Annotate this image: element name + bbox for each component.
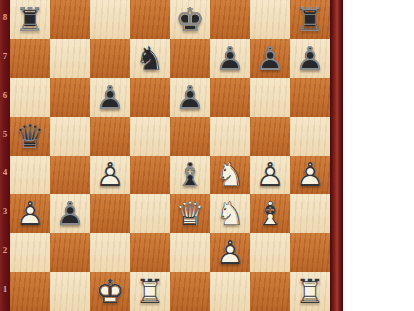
square-h6[interactable] (290, 78, 330, 117)
black-pawn[interactable]: ♟♙ (170, 78, 210, 117)
rank-cell-5: 5 (0, 117, 10, 156)
square-e2[interactable] (170, 233, 210, 272)
square-c6[interactable]: ♟♙ (90, 78, 130, 117)
black-rook[interactable]: ♜♖ (290, 0, 330, 39)
rank-label-4: 4 (3, 168, 8, 177)
rank-label-7: 7 (3, 52, 8, 61)
square-f3[interactable]: ♞♘ (210, 194, 250, 233)
square-e3[interactable]: ♛♕ (170, 194, 210, 233)
pawn-outline-icon: ♙ (250, 39, 290, 78)
white-pawn[interactable]: ♟♙ (290, 156, 330, 195)
square-a2[interactable] (10, 233, 50, 272)
square-b8[interactable] (50, 0, 90, 39)
page-background (343, 0, 414, 311)
square-d6[interactable] (130, 78, 170, 117)
pawn-outline-icon: ♙ (50, 194, 90, 233)
square-g7[interactable]: ♟♙ (250, 39, 290, 78)
square-h8[interactable]: ♜♖ (290, 0, 330, 39)
white-rook[interactable]: ♜♖ (290, 272, 330, 311)
pawn-outline-icon: ♙ (250, 156, 290, 195)
square-h4[interactable]: ♟♙ (290, 156, 330, 195)
square-b2[interactable] (50, 233, 90, 272)
board: ♜♖♚♔♜♖♞♘♟♙♟♙♟♙♟♙♟♙♛♕♟♙♝♗♞♘♟♙♟♙♟♙♟♙♛♕♞♘♝♗… (10, 0, 330, 311)
square-g6[interactable] (250, 78, 290, 117)
black-queen[interactable]: ♛♕ (10, 117, 50, 156)
pawn-outline-icon: ♙ (90, 156, 130, 195)
rank-cell-4: 4 (0, 156, 10, 195)
square-a6[interactable] (10, 78, 50, 117)
square-h5[interactable] (290, 117, 330, 156)
black-bishop[interactable]: ♝♗ (170, 156, 210, 195)
square-a8[interactable]: ♜♖ (10, 0, 50, 39)
white-rook[interactable]: ♜♖ (130, 272, 170, 311)
square-e1[interactable] (170, 272, 210, 311)
square-g1[interactable] (250, 272, 290, 311)
black-king[interactable]: ♚♔ (170, 0, 210, 39)
white-pawn[interactable]: ♟♙ (90, 156, 130, 195)
square-e7[interactable] (170, 39, 210, 78)
square-f5[interactable] (210, 117, 250, 156)
square-e4[interactable]: ♝♗ (170, 156, 210, 195)
knight-outline-icon: ♘ (210, 194, 250, 233)
square-d8[interactable] (130, 0, 170, 39)
rank-cell-7: 7 (0, 39, 10, 78)
square-d1[interactable]: ♜♖ (130, 272, 170, 311)
square-d3[interactable] (130, 194, 170, 233)
square-h1[interactable]: ♜♖ (290, 272, 330, 311)
square-a3[interactable]: ♟♙ (10, 194, 50, 233)
square-e6[interactable]: ♟♙ (170, 78, 210, 117)
square-c2[interactable] (90, 233, 130, 272)
rank-cell-6: 6 (0, 78, 10, 117)
square-b7[interactable] (50, 39, 90, 78)
pawn-outline-icon: ♙ (290, 39, 330, 78)
white-knight[interactable]: ♞♘ (210, 156, 250, 195)
square-g8[interactable] (250, 0, 290, 39)
chess-board-frame: 87654321 ♜♖♚♔♜♖♞♘♟♙♟♙♟♙♟♙♟♙♛♕♟♙♝♗♞♘♟♙♟♙♟… (0, 0, 343, 311)
white-queen[interactable]: ♛♕ (170, 194, 210, 233)
rank-label-5: 5 (3, 130, 8, 139)
pawn-outline-icon: ♙ (210, 39, 250, 78)
board-right-border (330, 0, 343, 311)
square-c7[interactable] (90, 39, 130, 78)
rank-cell-8: 8 (0, 0, 10, 39)
rank-cell-3: 3 (0, 194, 10, 233)
square-e8[interactable]: ♚♔ (170, 0, 210, 39)
square-d2[interactable] (130, 233, 170, 272)
square-h7[interactable]: ♟♙ (290, 39, 330, 78)
square-g5[interactable] (250, 117, 290, 156)
square-b5[interactable] (50, 117, 90, 156)
square-h2[interactable] (290, 233, 330, 272)
rook-outline-icon: ♖ (290, 272, 330, 311)
rank-label-6: 6 (3, 91, 8, 100)
black-pawn[interactable]: ♟♙ (90, 78, 130, 117)
rank-cell-1: 1 (0, 272, 10, 311)
square-g2[interactable] (250, 233, 290, 272)
black-pawn[interactable]: ♟♙ (250, 39, 290, 78)
rank-label-8: 8 (3, 13, 8, 22)
queen-outline-icon: ♕ (170, 194, 210, 233)
square-f1[interactable] (210, 272, 250, 311)
black-pawn[interactable]: ♟♙ (50, 194, 90, 233)
square-a1[interactable] (10, 272, 50, 311)
square-h3[interactable] (290, 194, 330, 233)
square-f8[interactable] (210, 0, 250, 39)
rank-label-1: 1 (3, 285, 8, 294)
square-e5[interactable] (170, 117, 210, 156)
square-g4[interactable]: ♟♙ (250, 156, 290, 195)
square-b3[interactable]: ♟♙ (50, 194, 90, 233)
square-c4[interactable]: ♟♙ (90, 156, 130, 195)
bishop-outline-icon: ♗ (170, 156, 210, 195)
pawn-outline-icon: ♙ (10, 194, 50, 233)
square-f2[interactable]: ♟♙ (210, 233, 250, 272)
square-d4[interactable] (130, 156, 170, 195)
king-outline-icon: ♔ (90, 272, 130, 311)
white-bishop[interactable]: ♝♗ (250, 194, 290, 233)
square-b6[interactable] (50, 78, 90, 117)
square-f4[interactable]: ♞♘ (210, 156, 250, 195)
square-c5[interactable] (90, 117, 130, 156)
square-g3[interactable]: ♝♗ (250, 194, 290, 233)
rook-outline-icon: ♖ (130, 272, 170, 311)
square-a7[interactable] (10, 39, 50, 78)
pawn-outline-icon: ♙ (290, 156, 330, 195)
king-outline-icon: ♔ (170, 0, 210, 39)
queen-outline-icon: ♕ (10, 117, 50, 156)
square-b4[interactable] (50, 156, 90, 195)
square-c1[interactable]: ♚♔ (90, 272, 130, 311)
knight-outline-icon: ♘ (130, 39, 170, 78)
black-knight[interactable]: ♞♘ (130, 39, 170, 78)
rook-outline-icon: ♖ (10, 0, 50, 39)
white-pawn[interactable]: ♟♙ (210, 233, 250, 272)
square-d7[interactable]: ♞♘ (130, 39, 170, 78)
square-d5[interactable] (130, 117, 170, 156)
square-a4[interactable] (10, 156, 50, 195)
square-f6[interactable] (210, 78, 250, 117)
pawn-outline-icon: ♙ (210, 233, 250, 272)
white-pawn[interactable]: ♟♙ (10, 194, 50, 233)
black-pawn[interactable]: ♟♙ (210, 39, 250, 78)
pawn-outline-icon: ♙ (90, 78, 130, 117)
black-pawn[interactable]: ♟♙ (290, 39, 330, 78)
rank-label-strip: 87654321 (0, 0, 10, 311)
bishop-outline-icon: ♗ (250, 194, 290, 233)
black-rook[interactable]: ♜♖ (10, 0, 50, 39)
pawn-outline-icon: ♙ (170, 78, 210, 117)
square-c8[interactable] (90, 0, 130, 39)
white-pawn[interactable]: ♟♙ (250, 156, 290, 195)
square-a5[interactable]: ♛♕ (10, 117, 50, 156)
white-king[interactable]: ♚♔ (90, 272, 130, 311)
square-b1[interactable] (50, 272, 90, 311)
rook-outline-icon: ♖ (290, 0, 330, 39)
rank-label-2: 2 (3, 246, 8, 255)
white-knight[interactable]: ♞♘ (210, 194, 250, 233)
rank-label-3: 3 (3, 207, 8, 216)
square-c3[interactable] (90, 194, 130, 233)
square-f7[interactable]: ♟♙ (210, 39, 250, 78)
rank-cell-2: 2 (0, 233, 10, 272)
knight-outline-icon: ♘ (210, 156, 250, 195)
